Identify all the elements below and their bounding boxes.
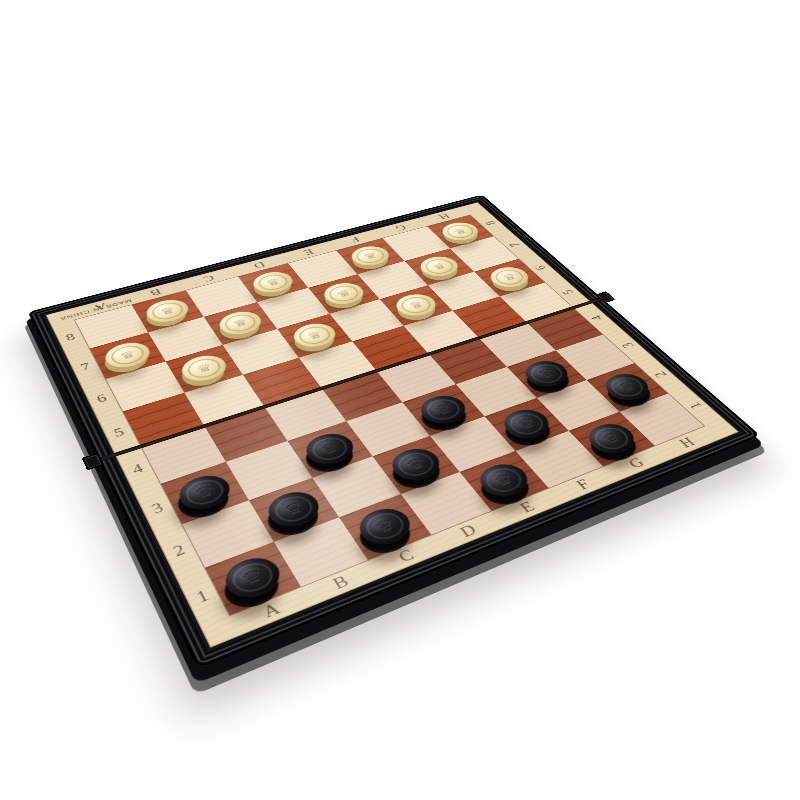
checkers-board: MADE IN CHINA AABBCCDDEEFFGGHH1122334455… (28, 195, 761, 669)
photo-background: MADE IN CHINA AABBCCDDEEFFGGHH1122334455… (0, 0, 800, 800)
